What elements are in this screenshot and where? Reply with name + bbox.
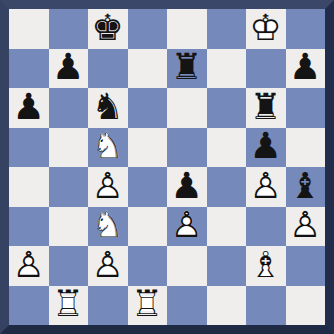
square-e3[interactable]: ♟♙ bbox=[167, 207, 207, 247]
black-pawn-icon-fill: ♟ bbox=[9, 88, 49, 127]
square-g8[interactable]: ♚♔ bbox=[246, 9, 286, 49]
black-rook-icon: ♜ bbox=[246, 88, 286, 128]
square-f6[interactable] bbox=[207, 88, 247, 128]
square-b2[interactable] bbox=[49, 246, 89, 286]
square-a2[interactable]: ♟♙ bbox=[9, 246, 49, 286]
square-c2[interactable]: ♟♙ bbox=[88, 246, 128, 286]
square-c1[interactable] bbox=[88, 286, 128, 326]
white-pawn-icon: ♟♙ bbox=[88, 246, 128, 286]
black-king-icon-fill: ♚ bbox=[88, 9, 128, 48]
square-b3[interactable] bbox=[49, 207, 89, 247]
white-pawn-icon-outline: ♙ bbox=[246, 167, 286, 206]
white-rook-icon: ♜♖ bbox=[128, 286, 168, 326]
white-rook-icon-outline: ♖ bbox=[128, 286, 168, 325]
square-g6[interactable]: ♜ bbox=[246, 88, 286, 128]
white-king-icon: ♚♔ bbox=[246, 9, 286, 49]
black-pawn-icon: ♟ bbox=[167, 167, 207, 207]
chess-board-frame: ♚♚♔♟♜♟♟♞♜♞♘♟♟♙♟♟♙♝♞♘♟♙♟♙♟♙♟♙♝♗♜♖♜♖ bbox=[0, 0, 334, 334]
square-f5[interactable] bbox=[207, 128, 247, 168]
white-knight-icon-outline: ♘ bbox=[88, 128, 128, 167]
square-f1[interactable] bbox=[207, 286, 247, 326]
white-pawn-icon: ♟♙ bbox=[246, 167, 286, 207]
square-g7[interactable] bbox=[246, 49, 286, 89]
black-pawn-icon: ♟ bbox=[9, 88, 49, 128]
white-knight-icon: ♞♘ bbox=[88, 128, 128, 168]
square-g4[interactable]: ♟♙ bbox=[246, 167, 286, 207]
square-d4[interactable] bbox=[128, 167, 168, 207]
square-a7[interactable] bbox=[9, 49, 49, 89]
square-h5[interactable] bbox=[286, 128, 326, 168]
square-d7[interactable] bbox=[128, 49, 168, 89]
white-bishop-icon: ♝♗ bbox=[246, 246, 286, 286]
square-f2[interactable] bbox=[207, 246, 247, 286]
square-h3[interactable]: ♟♙ bbox=[286, 207, 326, 247]
square-g3[interactable] bbox=[246, 207, 286, 247]
square-f7[interactable] bbox=[207, 49, 247, 89]
black-pawn-icon-fill: ♟ bbox=[286, 49, 326, 88]
square-b1[interactable]: ♜♖ bbox=[49, 286, 89, 326]
white-rook-icon: ♜♖ bbox=[49, 286, 89, 326]
square-a8[interactable] bbox=[9, 9, 49, 49]
square-c8[interactable]: ♚ bbox=[88, 9, 128, 49]
white-pawn-icon-outline: ♙ bbox=[88, 167, 128, 206]
square-f3[interactable] bbox=[207, 207, 247, 247]
black-king-icon: ♚ bbox=[88, 9, 128, 49]
black-rook-icon-fill: ♜ bbox=[167, 49, 207, 88]
square-h7[interactable]: ♟ bbox=[286, 49, 326, 89]
square-b7[interactable]: ♟ bbox=[49, 49, 89, 89]
black-pawn-icon: ♟ bbox=[49, 49, 89, 89]
square-a6[interactable]: ♟ bbox=[9, 88, 49, 128]
square-c5[interactable]: ♞♘ bbox=[88, 128, 128, 168]
white-rook-icon-outline: ♖ bbox=[49, 286, 89, 325]
square-a3[interactable] bbox=[9, 207, 49, 247]
white-pawn-icon: ♟♙ bbox=[9, 246, 49, 286]
square-c3[interactable]: ♞♘ bbox=[88, 207, 128, 247]
square-d5[interactable] bbox=[128, 128, 168, 168]
square-c6[interactable]: ♞ bbox=[88, 88, 128, 128]
square-e1[interactable] bbox=[167, 286, 207, 326]
black-pawn-icon: ♟ bbox=[246, 128, 286, 168]
square-g5[interactable]: ♟ bbox=[246, 128, 286, 168]
square-e7[interactable]: ♜ bbox=[167, 49, 207, 89]
square-b4[interactable] bbox=[49, 167, 89, 207]
square-h4[interactable]: ♝ bbox=[286, 167, 326, 207]
square-b5[interactable] bbox=[49, 128, 89, 168]
square-h8[interactable] bbox=[286, 9, 326, 49]
white-pawn-icon: ♟♙ bbox=[88, 167, 128, 207]
square-e8[interactable] bbox=[167, 9, 207, 49]
white-pawn-icon-outline: ♙ bbox=[167, 207, 207, 246]
square-d1[interactable]: ♜♖ bbox=[128, 286, 168, 326]
black-bishop-icon: ♝ bbox=[286, 167, 326, 207]
square-g1[interactable] bbox=[246, 286, 286, 326]
white-pawn-icon-outline: ♙ bbox=[286, 207, 326, 246]
square-e2[interactable] bbox=[167, 246, 207, 286]
square-f4[interactable] bbox=[207, 167, 247, 207]
square-b8[interactable] bbox=[49, 9, 89, 49]
white-pawn-icon-outline: ♙ bbox=[88, 246, 128, 285]
white-king-icon-outline: ♔ bbox=[246, 9, 286, 48]
white-pawn-icon: ♟♙ bbox=[167, 207, 207, 247]
black-pawn-icon: ♟ bbox=[286, 49, 326, 89]
square-h6[interactable] bbox=[286, 88, 326, 128]
black-knight-icon-fill: ♞ bbox=[88, 88, 128, 127]
square-b6[interactable] bbox=[49, 88, 89, 128]
square-e5[interactable] bbox=[167, 128, 207, 168]
chess-board: ♚♚♔♟♜♟♟♞♜♞♘♟♟♙♟♟♙♝♞♘♟♙♟♙♟♙♟♙♝♗♜♖♜♖ bbox=[9, 9, 325, 325]
square-c7[interactable] bbox=[88, 49, 128, 89]
black-rook-icon: ♜ bbox=[167, 49, 207, 89]
square-d6[interactable] bbox=[128, 88, 168, 128]
square-e4[interactable]: ♟ bbox=[167, 167, 207, 207]
square-a5[interactable] bbox=[9, 128, 49, 168]
square-e6[interactable] bbox=[167, 88, 207, 128]
square-a1[interactable] bbox=[9, 286, 49, 326]
square-c4[interactable]: ♟♙ bbox=[88, 167, 128, 207]
black-pawn-icon-fill: ♟ bbox=[167, 167, 207, 206]
square-d2[interactable] bbox=[128, 246, 168, 286]
black-pawn-icon-fill: ♟ bbox=[49, 49, 89, 88]
square-d3[interactable] bbox=[128, 207, 168, 247]
square-f8[interactable] bbox=[207, 9, 247, 49]
black-rook-icon-fill: ♜ bbox=[246, 88, 286, 127]
square-h1[interactable] bbox=[286, 286, 326, 326]
white-knight-icon-outline: ♘ bbox=[88, 207, 128, 246]
square-a4[interactable] bbox=[9, 167, 49, 207]
square-h2[interactable] bbox=[286, 246, 326, 286]
square-d8[interactable] bbox=[128, 9, 168, 49]
black-bishop-icon-fill: ♝ bbox=[286, 167, 326, 206]
black-pawn-icon-fill: ♟ bbox=[246, 128, 286, 167]
black-knight-icon: ♞ bbox=[88, 88, 128, 128]
white-bishop-icon-outline: ♗ bbox=[246, 246, 286, 285]
white-pawn-icon-outline: ♙ bbox=[9, 246, 49, 285]
square-g2[interactable]: ♝♗ bbox=[246, 246, 286, 286]
white-knight-icon: ♞♘ bbox=[88, 207, 128, 247]
white-pawn-icon: ♟♙ bbox=[286, 207, 326, 247]
